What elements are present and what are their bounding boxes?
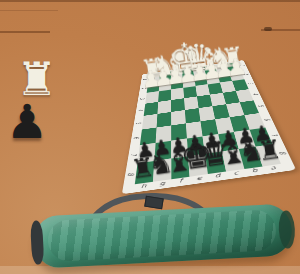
file-label: a bbox=[263, 164, 285, 174]
table-edge-highlight bbox=[0, 266, 300, 274]
bag-fabric-wrinkles bbox=[47, 209, 277, 262]
table-seam-left bbox=[0, 31, 50, 33]
table-seam-top bbox=[0, 0, 300, 2]
spare-black-pawn: ♟ bbox=[6, 98, 48, 145]
carrying-bag bbox=[33, 203, 293, 268]
table-seam-knot bbox=[264, 27, 272, 31]
table-seam-left-faint bbox=[0, 10, 58, 11]
product-photo-scene: ♜♞♝♚♛♝♞♜♟♟♟♟♟♟♟♟♟♟♟♟♟♟♟♟♜♞♝♚♛♝♞♜ 1234567… bbox=[0, 0, 300, 274]
chess-mat: ♜♞♝♚♛♝♞♜♟♟♟♟♟♟♟♟♟♟♟♟♟♟♟♟♜♞♝♚♛♝♞♜ 1234567… bbox=[122, 60, 296, 194]
file-label: d bbox=[208, 172, 228, 182]
